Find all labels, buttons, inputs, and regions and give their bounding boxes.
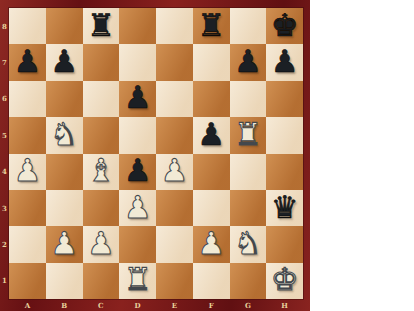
file-label-c: C [83, 299, 120, 311]
board-frame: 87654321 ♜♜♚♟♟♟♟♟♞♟♜♟♝♟♟♟♛♟♟♟♞♜♚ ABCDEFG… [0, 0, 310, 311]
file-label-e: E [156, 299, 193, 311]
square-e4[interactable]: ♟ [156, 154, 193, 190]
file-labels: ABCDEFGH [9, 299, 303, 311]
piece-white-rook-g5[interactable]: ♜ [234, 119, 262, 150]
square-h8[interactable]: ♚ [266, 8, 303, 44]
square-c5[interactable] [83, 117, 120, 153]
piece-white-pawn-e4[interactable]: ♟ [160, 155, 188, 186]
piece-black-pawn-d6[interactable]: ♟ [124, 82, 152, 113]
file-label-g: G [230, 299, 267, 311]
rank-label-2: 2 [0, 226, 9, 262]
square-d1[interactable]: ♜ [119, 263, 156, 299]
file-label-f: F [193, 299, 230, 311]
square-a6[interactable] [9, 81, 46, 117]
piece-white-knight-b5[interactable]: ♞ [50, 119, 78, 150]
square-a5[interactable] [9, 117, 46, 153]
piece-white-pawn-d3[interactable]: ♟ [124, 192, 152, 223]
piece-black-pawn-d4[interactable]: ♟ [124, 155, 152, 186]
piece-white-king-h1[interactable]: ♚ [271, 264, 299, 295]
square-h5[interactable] [266, 117, 303, 153]
square-e5[interactable] [156, 117, 193, 153]
square-h6[interactable] [266, 81, 303, 117]
square-b7[interactable]: ♟ [46, 44, 83, 80]
square-h1[interactable]: ♚ [266, 263, 303, 299]
square-c1[interactable] [83, 263, 120, 299]
square-d6[interactable]: ♟ [119, 81, 156, 117]
rank-label-6: 6 [0, 81, 9, 117]
square-c7[interactable] [83, 44, 120, 80]
square-a7[interactable]: ♟ [9, 44, 46, 80]
square-c6[interactable] [83, 81, 120, 117]
rank-label-3: 3 [0, 190, 9, 226]
piece-black-pawn-a7[interactable]: ♟ [13, 46, 41, 77]
piece-black-rook-c8[interactable]: ♜ [87, 10, 115, 41]
rank-label-5: 5 [0, 117, 9, 153]
board-squares: ♜♜♚♟♟♟♟♟♞♟♜♟♝♟♟♟♛♟♟♟♞♜♚ [9, 8, 303, 299]
square-g6[interactable] [230, 81, 267, 117]
piece-white-pawn-c2[interactable]: ♟ [87, 228, 115, 259]
square-d4[interactable]: ♟ [119, 154, 156, 190]
piece-white-knight-g2[interactable]: ♞ [234, 228, 262, 259]
piece-white-pawn-f2[interactable]: ♟ [197, 228, 225, 259]
square-e7[interactable] [156, 44, 193, 80]
square-e6[interactable] [156, 81, 193, 117]
rank-labels: 87654321 [0, 8, 9, 299]
square-g2[interactable]: ♞ [230, 226, 267, 262]
rank-label-8: 8 [0, 8, 9, 44]
square-b3[interactable] [46, 190, 83, 226]
square-d2[interactable] [119, 226, 156, 262]
square-c8[interactable]: ♜ [83, 8, 120, 44]
rank-label-4: 4 [0, 154, 9, 190]
square-d3[interactable]: ♟ [119, 190, 156, 226]
piece-white-bishop-c4[interactable]: ♝ [87, 155, 115, 186]
square-b8[interactable] [46, 8, 83, 44]
square-h7[interactable]: ♟ [266, 44, 303, 80]
file-label-h: H [266, 299, 303, 311]
square-h3[interactable]: ♛ [266, 190, 303, 226]
square-f1[interactable] [193, 263, 230, 299]
square-h4[interactable] [266, 154, 303, 190]
square-g3[interactable] [230, 190, 267, 226]
square-g5[interactable]: ♜ [230, 117, 267, 153]
piece-black-pawn-h7[interactable]: ♟ [271, 46, 299, 77]
square-f2[interactable]: ♟ [193, 226, 230, 262]
square-a8[interactable] [9, 8, 46, 44]
square-f3[interactable] [193, 190, 230, 226]
square-f5[interactable]: ♟ [193, 117, 230, 153]
square-c3[interactable] [83, 190, 120, 226]
square-d8[interactable] [119, 8, 156, 44]
square-g1[interactable] [230, 263, 267, 299]
square-f7[interactable] [193, 44, 230, 80]
piece-black-king-h8[interactable]: ♚ [271, 10, 299, 41]
square-b6[interactable] [46, 81, 83, 117]
square-c2[interactable]: ♟ [83, 226, 120, 262]
square-b5[interactable]: ♞ [46, 117, 83, 153]
file-label-a: A [9, 299, 46, 311]
file-label-b: B [46, 299, 83, 311]
square-a2[interactable] [9, 226, 46, 262]
square-d5[interactable] [119, 117, 156, 153]
square-c4[interactable]: ♝ [83, 154, 120, 190]
square-e3[interactable] [156, 190, 193, 226]
square-b1[interactable] [46, 263, 83, 299]
square-a1[interactable] [9, 263, 46, 299]
square-a4[interactable]: ♟ [9, 154, 46, 190]
piece-black-pawn-b7[interactable]: ♟ [50, 46, 78, 77]
square-f6[interactable] [193, 81, 230, 117]
piece-white-pawn-b2[interactable]: ♟ [50, 228, 78, 259]
square-d7[interactable] [119, 44, 156, 80]
square-b4[interactable] [46, 154, 83, 190]
square-f8[interactable]: ♜ [193, 8, 230, 44]
square-h2[interactable] [266, 226, 303, 262]
piece-black-pawn-f5[interactable]: ♟ [197, 119, 225, 150]
piece-white-pawn-a4[interactable]: ♟ [13, 155, 41, 186]
square-f4[interactable] [193, 154, 230, 190]
piece-black-pawn-g7[interactable]: ♟ [234, 46, 262, 77]
square-b2[interactable]: ♟ [46, 226, 83, 262]
square-g8[interactable] [230, 8, 267, 44]
piece-black-queen-h3[interactable]: ♛ [271, 192, 299, 223]
square-e1[interactable] [156, 263, 193, 299]
square-g7[interactable]: ♟ [230, 44, 267, 80]
square-a3[interactable] [9, 190, 46, 226]
square-e2[interactable] [156, 226, 193, 262]
piece-white-rook-d1[interactable]: ♜ [124, 264, 152, 295]
rank-label-7: 7 [0, 44, 9, 80]
piece-black-rook-f8[interactable]: ♜ [197, 10, 225, 41]
file-label-d: D [119, 299, 156, 311]
chess-diagram: 87654321 ♜♜♚♟♟♟♟♟♞♟♜♟♝♟♟♟♛♟♟♟♞♜♚ ABCDEFG… [0, 0, 414, 311]
square-e8[interactable] [156, 8, 193, 44]
rank-label-1: 1 [0, 263, 9, 299]
square-g4[interactable] [230, 154, 267, 190]
